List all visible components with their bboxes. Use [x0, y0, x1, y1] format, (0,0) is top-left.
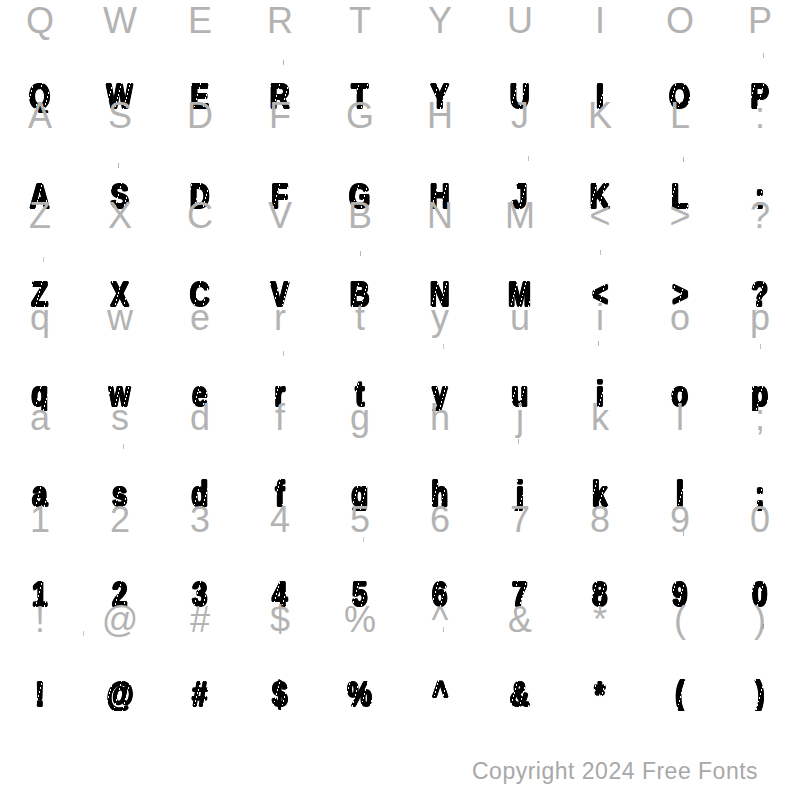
- glyph-cell: ): [720, 676, 800, 711]
- reference-cell: G: [320, 98, 400, 134]
- reference-cell: <: [560, 198, 640, 234]
- reference-cell: 2: [80, 502, 160, 538]
- reference-cell: I: [560, 3, 640, 39]
- reference-cell: 1: [0, 502, 80, 538]
- reference-cell: r: [240, 300, 320, 336]
- reference-row: 1234567890: [0, 502, 800, 538]
- reference-cell: p: [720, 300, 800, 336]
- reference-cell: e: [160, 300, 240, 336]
- reference-cell: k: [560, 400, 640, 436]
- reference-cell: F: [240, 98, 320, 134]
- reference-cell: T: [320, 3, 400, 39]
- dust-specks: [0, 0, 1, 5]
- reference-cell: 9: [640, 502, 720, 538]
- reference-cell: f: [240, 400, 320, 436]
- reference-cell: ;: [720, 400, 800, 436]
- reference-cell: B: [320, 198, 400, 234]
- glyph-cell: &: [480, 676, 560, 711]
- reference-row: asdfghjkl;: [0, 400, 800, 436]
- reference-cell: y: [400, 300, 480, 336]
- reference-cell: j: [480, 400, 560, 436]
- reference-cell: d: [160, 400, 240, 436]
- reference-cell: K: [560, 98, 640, 134]
- glyph-cell: $: [240, 676, 320, 711]
- reference-cell: g: [320, 400, 400, 436]
- reference-cell: (: [640, 602, 720, 638]
- glyph-cell: !: [0, 676, 80, 711]
- reference-cell: *: [560, 602, 640, 638]
- reference-cell: >: [640, 198, 720, 234]
- reference-cell: 3: [160, 502, 240, 538]
- reference-cell: 6: [400, 502, 480, 538]
- reference-cell: P: [720, 3, 800, 39]
- reference-cell: s: [80, 400, 160, 436]
- reference-cell: 0: [720, 502, 800, 538]
- reference-cell: l: [640, 400, 720, 436]
- glyph-cell: *: [560, 676, 640, 711]
- reference-cell: V: [240, 198, 320, 234]
- reference-cell: W: [80, 3, 160, 39]
- reference-cell: N: [400, 198, 480, 234]
- glyph-cell: (: [640, 676, 720, 711]
- reference-cell: ): [720, 602, 800, 638]
- reference-cell: w: [80, 300, 160, 336]
- reference-cell: u: [480, 300, 560, 336]
- reference-cell: %: [320, 602, 400, 638]
- reference-cell: J: [480, 98, 560, 134]
- glyph-row: !@#$%^&*(): [0, 676, 800, 711]
- reference-cell: L: [640, 98, 720, 134]
- font-specimen-sheet: QWERTYUIOPQWERTYUIOPASDFGHJKL:ASDFGHJKL:…: [0, 0, 800, 800]
- reference-cell: Q: [0, 3, 80, 39]
- reference-cell: !: [0, 602, 80, 638]
- reference-cell: 5: [320, 502, 400, 538]
- reference-cell: Y: [400, 3, 480, 39]
- reference-cell: &: [480, 602, 560, 638]
- reference-cell: U: [480, 3, 560, 39]
- reference-cell: $: [240, 602, 320, 638]
- reference-row: ASDFGHJKL:: [0, 98, 800, 134]
- reference-cell: ^: [400, 602, 480, 638]
- reference-row: !@#$%^&*(): [0, 602, 800, 638]
- reference-cell: S: [80, 98, 160, 134]
- reference-cell: 7: [480, 502, 560, 538]
- reference-cell: o: [640, 300, 720, 336]
- reference-cell: ?: [720, 198, 800, 234]
- reference-cell: X: [80, 198, 160, 234]
- reference-cell: R: [240, 3, 320, 39]
- reference-cell: 8: [560, 502, 640, 538]
- reference-cell: #: [160, 602, 240, 638]
- reference-cell: A: [0, 98, 80, 134]
- reference-cell: @: [80, 602, 160, 638]
- reference-cell: O: [640, 3, 720, 39]
- reference-cell: 4: [240, 502, 320, 538]
- reference-row: QWERTYUIOP: [0, 3, 800, 39]
- reference-row: qwertyuiop: [0, 300, 800, 336]
- reference-cell: M: [480, 198, 560, 234]
- reference-row: ZXCVBNM<>?: [0, 198, 800, 234]
- glyph-cell: %: [320, 676, 400, 711]
- reference-cell: H: [400, 98, 480, 134]
- reference-cell: D: [160, 98, 240, 134]
- glyph-cell: ^: [400, 676, 480, 711]
- reference-cell: C: [160, 198, 240, 234]
- copyright-text: Copyright 2024 Free Fonts: [472, 759, 758, 783]
- reference-cell: i: [560, 300, 640, 336]
- reference-cell: h: [400, 400, 480, 436]
- glyph-cell: #: [160, 676, 240, 711]
- reference-cell: a: [0, 400, 80, 436]
- reference-cell: E: [160, 3, 240, 39]
- reference-cell: t: [320, 300, 400, 336]
- reference-cell: q: [0, 300, 80, 336]
- glyph-cell: @: [80, 676, 160, 711]
- reference-cell: :: [720, 98, 800, 134]
- reference-cell: Z: [0, 198, 80, 234]
